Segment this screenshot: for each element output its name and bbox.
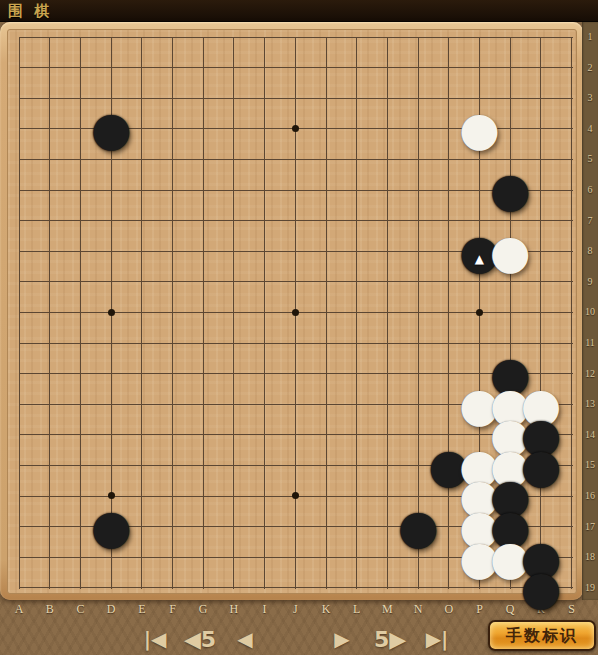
column-label-K: K [322, 602, 331, 617]
column-label-D: D [107, 602, 116, 617]
row-label-15: 15 [582, 459, 598, 470]
row-label-19: 19 [582, 582, 598, 593]
row-label-6: 6 [582, 184, 598, 195]
column-label-M: M [382, 602, 393, 617]
column-label-E: E [138, 602, 145, 617]
row-label-16: 16 [582, 490, 598, 501]
black-stone-D17: ● [95, 510, 128, 543]
back-button[interactable]: ◀ [237, 624, 252, 654]
column-label-G: G [199, 602, 208, 617]
black-stone-R19: ● [524, 571, 557, 604]
row-label-3: 3 [582, 92, 598, 103]
row-label-12: 12 [582, 368, 598, 379]
column-label-A: A [15, 602, 24, 617]
row-label-8: 8 [582, 245, 598, 256]
column-label-J: J [293, 602, 298, 617]
last-move-button[interactable]: ▶| [426, 624, 449, 654]
black-stone-N17: ● [401, 510, 434, 543]
row-label-13: 13 [582, 398, 598, 409]
row-label-10: 10 [582, 306, 598, 317]
first-move-button[interactable]: |◀ [144, 624, 167, 654]
row-label-4: 4 [582, 123, 598, 134]
window-title: 围 棋 [0, 0, 52, 22]
row-label-1: 1 [582, 31, 598, 42]
forward-button[interactable]: ▶ [334, 624, 349, 654]
stones-layer: ●●●●▲●●●●●●●●●●●●●●●●●●●●● [4, 22, 587, 603]
row-label-11: 11 [582, 337, 598, 348]
column-label-Q: Q [506, 602, 515, 617]
column-label-I: I [263, 602, 267, 617]
column-label-C: C [76, 602, 84, 617]
row-label-17: 17 [582, 521, 598, 532]
column-label-F: F [169, 602, 176, 617]
playback-controls: |◀ ◀5 ◀ ▶ 5▶ ▶| [0, 624, 480, 654]
column-label-P: P [476, 602, 483, 617]
black-stone-Q6: ● [493, 173, 526, 206]
row-label-18: 18 [582, 551, 598, 562]
column-label-S: S [568, 602, 575, 617]
row-label-14: 14 [582, 429, 598, 440]
go-board: ●●●●▲●●●●●●●●●●●●●●●●●●●●● [0, 22, 583, 600]
row-label-9: 9 [582, 276, 598, 287]
row-label-5: 5 [582, 153, 598, 164]
column-label-N: N [414, 602, 423, 617]
move-number-toggle-button[interactable]: 手数标识 [488, 620, 596, 651]
row-label-2: 2 [582, 62, 598, 73]
bottom-bar: ABCDEFGHIJKLMNOPQRS |◀ ◀5 ◀ ▶ 5▶ ▶| 手数标识 [0, 600, 598, 655]
white-stone-Q8: ● [493, 235, 526, 268]
column-label-O: O [444, 602, 453, 617]
row-label-7: 7 [582, 215, 598, 226]
black-stone-D4: ● [95, 112, 128, 145]
column-label-B: B [46, 602, 54, 617]
column-label-H: H [230, 602, 239, 617]
title-bar: 围 棋 [0, 0, 598, 22]
forward-5-moves-button[interactable]: 5▶ [374, 624, 406, 654]
row-labels: 12345678910111213141516171819 [582, 22, 598, 600]
column-label-L: L [353, 602, 360, 617]
white-stone-P4: ● [463, 112, 496, 145]
back-5-moves-button[interactable]: ◀5 [184, 624, 216, 654]
